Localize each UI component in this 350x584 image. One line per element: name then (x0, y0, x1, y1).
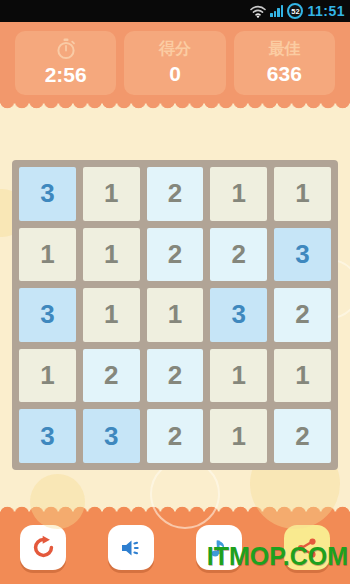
grid-cell-r4c5[interactable]: 1 (274, 349, 331, 403)
grid-cell-r4c1[interactable]: 1 (19, 349, 76, 403)
grid-cell-r1c2[interactable]: 1 (83, 167, 140, 221)
grid-cell-r5c4[interactable]: 1 (210, 409, 267, 463)
wifi-icon (250, 5, 266, 18)
grid-cell-r1c3[interactable]: 2 (147, 167, 204, 221)
sound-button[interactable] (108, 525, 154, 570)
grid-cell-r2c5[interactable]: 3 (274, 228, 331, 282)
status-clock: 11:51 (307, 3, 345, 19)
grid-cell-r5c3[interactable]: 2 (147, 409, 204, 463)
grid-cell-r1c5[interactable]: 1 (274, 167, 331, 221)
grid-cell-r4c4[interactable]: 1 (210, 349, 267, 403)
board-grid: 3121111223311321221133212 (12, 160, 338, 470)
grid-cell-r5c5[interactable]: 2 (274, 409, 331, 463)
timer-panel: 2:56 (15, 31, 116, 95)
stopwatch-icon (55, 38, 77, 60)
best-label: 最佳 (268, 39, 300, 59)
score-label: 得分 (159, 39, 191, 59)
grid-cell-r5c2[interactable]: 3 (83, 409, 140, 463)
header-wave-edge (0, 101, 350, 109)
grid-cell-r2c1[interactable]: 1 (19, 228, 76, 282)
restart-button[interactable] (20, 525, 66, 570)
grid-cell-r1c1[interactable]: 3 (19, 167, 76, 221)
game-header: 2:56 得分 0 最佳 636 (0, 22, 350, 101)
score-value: 0 (169, 61, 181, 87)
grid-cell-r3c2[interactable]: 1 (83, 288, 140, 342)
grid-cell-r3c1[interactable]: 3 (19, 288, 76, 342)
grid-cell-r3c5[interactable]: 2 (274, 288, 331, 342)
grid-cell-r2c3[interactable]: 2 (147, 228, 204, 282)
grid-cell-r2c4[interactable]: 2 (210, 228, 267, 282)
grid-cell-r3c4[interactable]: 3 (210, 288, 267, 342)
signal-bars-icon (270, 5, 283, 17)
refresh-icon (31, 535, 56, 560)
grid-cell-r1c4[interactable]: 1 (210, 167, 267, 221)
app-screen: 52 11:51 2:56 得分 0 最佳 636 (0, 0, 350, 584)
speaker-icon (119, 536, 143, 560)
grid-cell-r4c3[interactable]: 2 (147, 349, 204, 403)
battery-percent: 52 (291, 7, 299, 16)
score-panel: 得分 0 (124, 31, 225, 95)
grid-cell-r5c1[interactable]: 3 (19, 409, 76, 463)
watermark: ITMOP.COM (207, 542, 348, 571)
battery-circle-icon: 52 (287, 3, 303, 19)
footer-wave-edge (0, 505, 350, 514)
grid-cell-r4c2[interactable]: 2 (83, 349, 140, 403)
playfield: 3121111223311321221133212 (0, 109, 350, 505)
best-panel: 最佳 636 (234, 31, 335, 95)
status-bar: 52 11:51 (0, 0, 350, 22)
timer-value: 2:56 (45, 62, 87, 88)
grid-cell-r3c3[interactable]: 1 (147, 288, 204, 342)
best-value: 636 (267, 61, 302, 87)
grid-cell-r2c2[interactable]: 1 (83, 228, 140, 282)
